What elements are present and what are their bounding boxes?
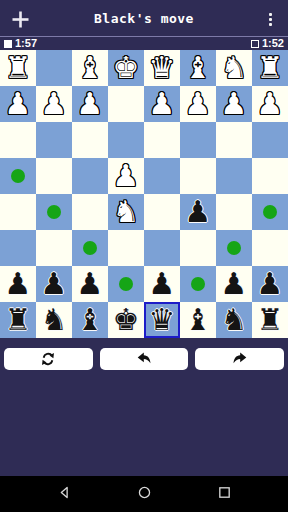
- home-button[interactable]: [136, 486, 152, 502]
- back-button[interactable]: [56, 486, 72, 502]
- piece-black-pawn: ♟: [5, 266, 32, 302]
- square-f7[interactable]: ♟: [72, 266, 108, 302]
- square-d6[interactable]: [144, 230, 180, 266]
- square-b8[interactable]: ♞: [216, 302, 252, 338]
- chess-board: ♜♝♚♛♝♞♜♟♟♟♟♟♟♟♟♞♟♟♟♟♟♟♟♜♞♝♚♛♝♞♜: [0, 50, 288, 338]
- move-hint-dot: [119, 277, 133, 291]
- vertical-ellipsis-icon: [269, 13, 272, 26]
- page-title: Black's move: [0, 11, 288, 26]
- piece-black-knight: ♞: [41, 302, 68, 338]
- square-a6[interactable]: [252, 230, 288, 266]
- piece-black-queen: ♛: [149, 302, 176, 338]
- square-d5[interactable]: [144, 194, 180, 230]
- piece-black-king: ♚: [113, 302, 140, 338]
- square-icon: [217, 485, 232, 504]
- square-e6[interactable]: [108, 230, 144, 266]
- piece-black-pawn: ♟: [185, 194, 212, 230]
- square-d2[interactable]: ♟: [144, 86, 180, 122]
- redo-button[interactable]: [195, 348, 284, 370]
- move-hint-dot: [263, 205, 277, 219]
- square-h4[interactable]: [0, 158, 36, 194]
- piece-white-pawn: ♟: [149, 86, 176, 122]
- move-hint-dot: [191, 277, 205, 291]
- piece-black-knight: ♞: [221, 302, 248, 338]
- square-g3[interactable]: [36, 122, 72, 158]
- square-b6[interactable]: [216, 230, 252, 266]
- piece-black-pawn: ♟: [257, 266, 284, 302]
- move-hint-dot: [83, 241, 97, 255]
- piece-white-pawn: ♟: [257, 86, 284, 122]
- square-c2[interactable]: ♟: [180, 86, 216, 122]
- piece-white-rook: ♜: [5, 50, 32, 86]
- move-hint-dot: [11, 169, 25, 183]
- square-d1[interactable]: ♛: [144, 50, 180, 86]
- piece-black-pawn: ♟: [221, 266, 248, 302]
- recents-button[interactable]: [216, 486, 232, 502]
- square-f6[interactable]: [72, 230, 108, 266]
- square-b4[interactable]: [216, 158, 252, 194]
- square-b3[interactable]: [216, 122, 252, 158]
- square-e7[interactable]: [108, 266, 144, 302]
- curved-arrow-right-icon: [231, 350, 249, 368]
- square-h7[interactable]: ♟: [0, 266, 36, 302]
- app-bar: Black's move: [0, 0, 288, 37]
- piece-white-pawn: ♟: [41, 86, 68, 122]
- swap-sides-button[interactable]: [4, 348, 93, 370]
- piece-white-knight: ♞: [221, 50, 248, 86]
- piece-white-pawn: ♟: [185, 86, 212, 122]
- square-c7[interactable]: [180, 266, 216, 302]
- piece-white-pawn: ♟: [5, 86, 32, 122]
- square-b2[interactable]: ♟: [216, 86, 252, 122]
- piece-white-pawn: ♟: [77, 86, 104, 122]
- square-a7[interactable]: ♟: [252, 266, 288, 302]
- circle-icon: [137, 485, 152, 504]
- square-e4[interactable]: ♟: [108, 158, 144, 194]
- left-clock: 1:57: [4, 37, 37, 50]
- square-g2[interactable]: ♟: [36, 86, 72, 122]
- square-f8[interactable]: ♝: [72, 302, 108, 338]
- square-a4[interactable]: [252, 158, 288, 194]
- square-f3[interactable]: [72, 122, 108, 158]
- square-e5[interactable]: ♞: [108, 194, 144, 230]
- piece-black-bishop: ♝: [185, 302, 212, 338]
- square-b7[interactable]: ♟: [216, 266, 252, 302]
- square-a5[interactable]: [252, 194, 288, 230]
- square-b1[interactable]: ♞: [216, 50, 252, 86]
- toolbar: [0, 348, 288, 370]
- piece-black-pawn: ♟: [41, 266, 68, 302]
- piece-white-bishop: ♝: [77, 50, 104, 86]
- square-h3[interactable]: [0, 122, 36, 158]
- overflow-menu-button[interactable]: [262, 8, 278, 30]
- left-clock-time: 1:57: [15, 37, 37, 50]
- piece-white-knight: ♞: [113, 194, 140, 230]
- square-f1[interactable]: ♝: [72, 50, 108, 86]
- square-h8[interactable]: ♜: [0, 302, 36, 338]
- piece-white-rook: ♜: [257, 50, 284, 86]
- square-c3[interactable]: [180, 122, 216, 158]
- square-h6[interactable]: [0, 230, 36, 266]
- square-g5[interactable]: [36, 194, 72, 230]
- circular-arrows-icon: [39, 350, 57, 368]
- square-a3[interactable]: [252, 122, 288, 158]
- piece-black-pawn: ♟: [77, 266, 104, 302]
- square-c4[interactable]: [180, 158, 216, 194]
- piece-white-pawn: ♟: [113, 158, 140, 194]
- white-square-icon: [4, 40, 12, 48]
- right-clock-time: 1:52: [262, 37, 284, 50]
- square-d4[interactable]: [144, 158, 180, 194]
- piece-black-pawn: ♟: [149, 266, 176, 302]
- outline-square-icon: [251, 40, 259, 48]
- square-a8[interactable]: ♜: [252, 302, 288, 338]
- square-g1[interactable]: [36, 50, 72, 86]
- square-g4[interactable]: [36, 158, 72, 194]
- square-e1[interactable]: ♚: [108, 50, 144, 86]
- move-hint-dot: [47, 205, 61, 219]
- piece-white-queen: ♛: [149, 50, 176, 86]
- right-clock: 1:52: [251, 37, 284, 50]
- square-b5[interactable]: [216, 194, 252, 230]
- square-e3[interactable]: [108, 122, 144, 158]
- triangle-left-icon: [57, 485, 72, 504]
- square-g7[interactable]: ♟: [36, 266, 72, 302]
- clock-bar: 1:57 1:52: [0, 37, 288, 50]
- square-h2[interactable]: ♟: [0, 86, 36, 122]
- move-hint-dot: [227, 241, 241, 255]
- undo-button[interactable]: [100, 348, 189, 370]
- square-d7[interactable]: ♟: [144, 266, 180, 302]
- background-area: [0, 370, 288, 476]
- square-d3[interactable]: [144, 122, 180, 158]
- square-f2[interactable]: ♟: [72, 86, 108, 122]
- piece-white-king: ♚: [113, 50, 140, 86]
- android-nav-bar: [0, 476, 288, 512]
- piece-white-pawn: ♟: [221, 86, 248, 122]
- square-e8[interactable]: ♚: [108, 302, 144, 338]
- square-h1[interactable]: ♜: [0, 50, 36, 86]
- square-c5[interactable]: ♟: [180, 194, 216, 230]
- square-d8[interactable]: ♛: [144, 302, 180, 338]
- square-c1[interactable]: ♝: [180, 50, 216, 86]
- square-c6[interactable]: [180, 230, 216, 266]
- square-c8[interactable]: ♝: [180, 302, 216, 338]
- curved-arrow-left-icon: [135, 350, 153, 368]
- square-g6[interactable]: [36, 230, 72, 266]
- square-a2[interactable]: ♟: [252, 86, 288, 122]
- square-g8[interactable]: ♞: [36, 302, 72, 338]
- piece-black-rook: ♜: [5, 302, 32, 338]
- square-h5[interactable]: [0, 194, 36, 230]
- piece-black-bishop: ♝: [77, 302, 104, 338]
- piece-black-rook: ♜: [257, 302, 284, 338]
- square-e2[interactable]: [108, 86, 144, 122]
- square-a1[interactable]: ♜: [252, 50, 288, 86]
- square-f5[interactable]: [72, 194, 108, 230]
- piece-white-bishop: ♝: [185, 50, 212, 86]
- square-f4[interactable]: [72, 158, 108, 194]
